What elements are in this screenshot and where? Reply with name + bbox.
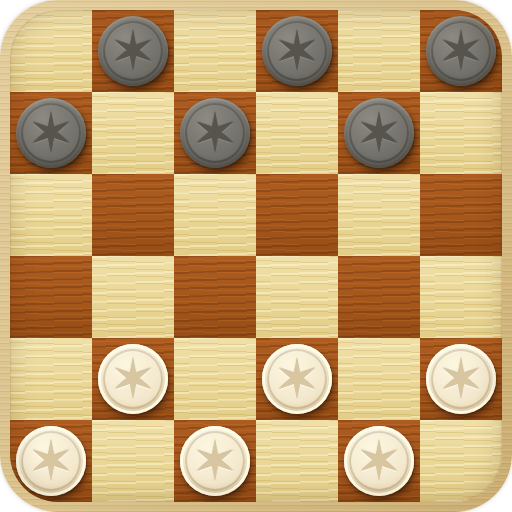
star-icon: ✶ (110, 24, 157, 80)
square-r0c5[interactable]: ✶ (420, 10, 502, 92)
square-r5c2[interactable]: ✶ (174, 420, 256, 502)
square-r5c1[interactable] (92, 420, 174, 502)
light-piece[interactable]: ✶ (180, 426, 250, 496)
dark-piece[interactable]: ✶ (344, 98, 414, 168)
star-icon: ✶ (192, 434, 239, 490)
dark-piece[interactable]: ✶ (262, 16, 332, 86)
square-r2c3[interactable] (256, 174, 338, 256)
square-r3c3[interactable] (256, 256, 338, 338)
square-r5c3[interactable] (256, 420, 338, 502)
square-r5c0[interactable]: ✶ (10, 420, 92, 502)
square-r0c1[interactable]: ✶ (92, 10, 174, 92)
square-r4c1[interactable]: ✶ (92, 338, 174, 420)
square-r3c2[interactable] (174, 256, 256, 338)
board-grid: ✶✶✶✶✶✶✶✶✶✶✶✶ (10, 10, 502, 502)
light-piece[interactable]: ✶ (16, 426, 86, 496)
square-r0c0[interactable] (10, 10, 92, 92)
dark-piece[interactable]: ✶ (426, 16, 496, 86)
square-r4c3[interactable]: ✶ (256, 338, 338, 420)
square-r1c5[interactable] (420, 92, 502, 174)
square-r5c5[interactable] (420, 420, 502, 502)
star-icon: ✶ (356, 434, 403, 490)
light-piece[interactable]: ✶ (344, 426, 414, 496)
square-r2c4[interactable] (338, 174, 420, 256)
square-r3c4[interactable] (338, 256, 420, 338)
light-piece[interactable]: ✶ (98, 344, 168, 414)
star-icon: ✶ (192, 106, 239, 162)
star-icon: ✶ (438, 24, 485, 80)
star-icon: ✶ (438, 352, 485, 408)
square-r0c2[interactable] (174, 10, 256, 92)
checkers-board: ✶✶✶✶✶✶✶✶✶✶✶✶ (0, 0, 512, 512)
square-r1c1[interactable] (92, 92, 174, 174)
star-icon: ✶ (28, 106, 75, 162)
dark-piece[interactable]: ✶ (180, 98, 250, 168)
square-r1c4[interactable]: ✶ (338, 92, 420, 174)
square-r2c1[interactable] (92, 174, 174, 256)
star-icon: ✶ (28, 434, 75, 490)
light-piece[interactable]: ✶ (426, 344, 496, 414)
square-r5c4[interactable]: ✶ (338, 420, 420, 502)
square-r1c0[interactable]: ✶ (10, 92, 92, 174)
star-icon: ✶ (110, 352, 157, 408)
square-r4c4[interactable] (338, 338, 420, 420)
square-r2c5[interactable] (420, 174, 502, 256)
square-r0c4[interactable] (338, 10, 420, 92)
square-r4c2[interactable] (174, 338, 256, 420)
square-r2c2[interactable] (174, 174, 256, 256)
light-piece[interactable]: ✶ (262, 344, 332, 414)
star-icon: ✶ (274, 352, 321, 408)
square-r2c0[interactable] (10, 174, 92, 256)
star-icon: ✶ (274, 24, 321, 80)
square-r1c2[interactable]: ✶ (174, 92, 256, 174)
square-r4c5[interactable]: ✶ (420, 338, 502, 420)
star-icon: ✶ (356, 106, 403, 162)
square-r3c0[interactable] (10, 256, 92, 338)
square-r0c3[interactable]: ✶ (256, 10, 338, 92)
square-r4c0[interactable] (10, 338, 92, 420)
dark-piece[interactable]: ✶ (16, 98, 86, 168)
dark-piece[interactable]: ✶ (98, 16, 168, 86)
square-r1c3[interactable] (256, 92, 338, 174)
square-r3c1[interactable] (92, 256, 174, 338)
square-r3c5[interactable] (420, 256, 502, 338)
